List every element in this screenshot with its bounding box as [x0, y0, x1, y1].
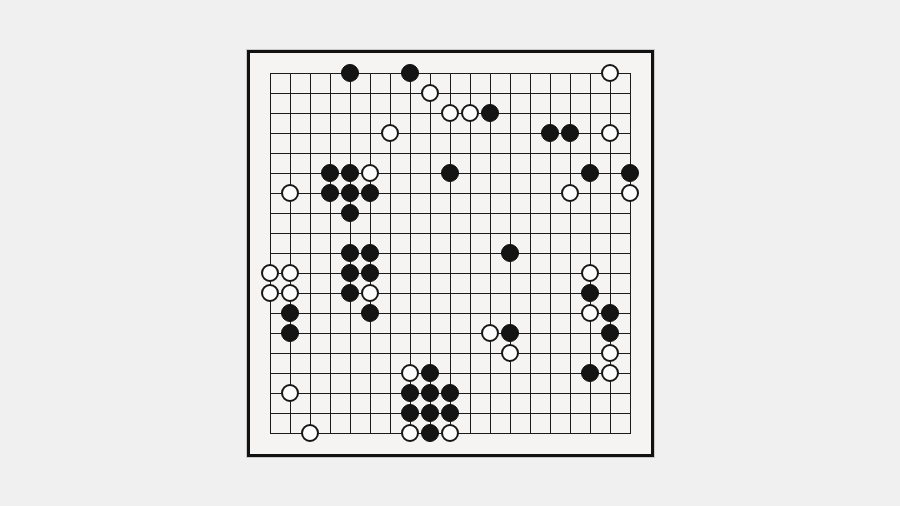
board-intersection	[580, 323, 600, 343]
board-intersection	[540, 303, 560, 323]
board-intersection	[380, 143, 400, 163]
board-intersection	[340, 323, 360, 343]
board-intersection	[540, 323, 560, 343]
black-stone	[361, 244, 379, 262]
board-intersection	[300, 143, 320, 163]
white-stone	[601, 64, 619, 82]
black-stone	[361, 264, 379, 282]
board-intersection	[620, 103, 640, 123]
board-intersection	[600, 243, 620, 263]
board-intersection	[320, 83, 340, 103]
board-intersection	[480, 363, 500, 383]
black-stone	[421, 364, 439, 382]
board-intersection	[420, 103, 440, 123]
board-intersection	[460, 223, 480, 243]
stones-layer	[260, 63, 640, 443]
board-intersection	[260, 163, 280, 183]
board-intersection	[540, 63, 560, 83]
board-intersection	[380, 123, 400, 143]
board-intersection	[620, 283, 640, 303]
board-intersection	[600, 63, 620, 83]
board-intersection	[460, 263, 480, 283]
white-stone	[381, 124, 399, 142]
board-intersection	[620, 163, 640, 183]
board-intersection	[420, 83, 440, 103]
board-intersection	[440, 163, 460, 183]
board-intersection	[600, 183, 620, 203]
white-stone	[561, 184, 579, 202]
board-intersection	[260, 243, 280, 263]
board-intersection	[480, 203, 500, 223]
board-intersection	[480, 243, 500, 263]
board-intersection	[440, 183, 460, 203]
board-intersection	[480, 303, 500, 323]
board-intersection	[460, 123, 480, 143]
white-stone	[601, 124, 619, 142]
board-intersection	[380, 223, 400, 243]
board-intersection	[300, 183, 320, 203]
board-intersection	[300, 63, 320, 83]
board-intersection	[400, 83, 420, 103]
black-stone	[541, 124, 559, 142]
board-intersection	[400, 143, 420, 163]
board-intersection	[440, 323, 460, 343]
white-stone	[281, 264, 299, 282]
board-intersection	[620, 403, 640, 423]
board-intersection	[540, 123, 560, 143]
board-intersection	[360, 143, 380, 163]
white-stone	[501, 344, 519, 362]
board-intersection	[280, 63, 300, 83]
board-intersection	[520, 243, 540, 263]
board-intersection	[400, 63, 420, 83]
board-intersection	[360, 383, 380, 403]
board-intersection	[580, 423, 600, 443]
board-intersection	[560, 63, 580, 83]
board-intersection	[420, 123, 440, 143]
black-stone	[341, 184, 359, 202]
board-intersection	[440, 83, 460, 103]
board-intersection	[460, 283, 480, 303]
white-stone	[401, 364, 419, 382]
board-intersection	[420, 183, 440, 203]
board-intersection	[320, 423, 340, 443]
board-intersection	[360, 403, 380, 423]
board-intersection	[260, 403, 280, 423]
board-intersection	[300, 163, 320, 183]
board-intersection	[400, 243, 420, 263]
board-intersection	[400, 343, 420, 363]
board-intersection	[420, 163, 440, 183]
board-intersection	[540, 243, 560, 263]
board-intersection	[300, 103, 320, 123]
board-intersection	[600, 323, 620, 343]
board-intersection	[280, 303, 300, 323]
board-intersection	[500, 423, 520, 443]
board-intersection	[460, 103, 480, 123]
board-intersection	[260, 423, 280, 443]
board-intersection	[380, 243, 400, 263]
page-background	[0, 0, 900, 506]
white-stone	[601, 364, 619, 382]
board-intersection	[420, 223, 440, 243]
board-intersection	[600, 363, 620, 383]
board-intersection	[580, 163, 600, 183]
board-intersection	[580, 203, 600, 223]
board-intersection	[620, 323, 640, 343]
board-intersection	[460, 83, 480, 103]
board-intersection	[440, 123, 460, 143]
board-intersection	[620, 243, 640, 263]
black-stone	[441, 164, 459, 182]
board-intersection	[280, 243, 300, 263]
board-intersection	[380, 203, 400, 223]
board-intersection	[340, 143, 360, 163]
board-intersection	[600, 403, 620, 423]
board-intersection	[440, 223, 460, 243]
board-intersection	[280, 203, 300, 223]
board-intersection	[400, 363, 420, 383]
board-intersection	[400, 203, 420, 223]
board-intersection	[540, 83, 560, 103]
board-intersection	[420, 203, 440, 223]
board-intersection	[520, 383, 540, 403]
board-intersection	[280, 263, 300, 283]
black-stone	[421, 404, 439, 422]
board-intersection	[280, 103, 300, 123]
white-stone	[361, 164, 379, 182]
black-stone	[281, 304, 299, 322]
board-intersection	[620, 303, 640, 323]
board-intersection	[560, 343, 580, 363]
board-intersection	[580, 243, 600, 263]
board-intersection	[540, 263, 560, 283]
board-intersection	[440, 63, 460, 83]
board-intersection	[460, 343, 480, 363]
board-intersection	[620, 123, 640, 143]
board-intersection	[300, 363, 320, 383]
board-intersection	[420, 403, 440, 423]
board-intersection	[360, 283, 380, 303]
board-intersection	[300, 243, 320, 263]
board-intersection	[420, 323, 440, 343]
board-intersection	[580, 223, 600, 243]
board-intersection	[320, 123, 340, 143]
board-intersection	[360, 203, 380, 223]
board-intersection	[280, 223, 300, 243]
board-intersection	[360, 343, 380, 363]
board-intersection	[520, 123, 540, 143]
board-intersection	[420, 243, 440, 263]
board-intersection	[620, 223, 640, 243]
board-intersection	[280, 363, 300, 383]
board-intersection	[380, 63, 400, 83]
board-intersection	[500, 283, 520, 303]
board-intersection	[400, 103, 420, 123]
board-intersection	[380, 403, 400, 423]
black-stone	[581, 164, 599, 182]
white-stone	[281, 284, 299, 302]
board-intersection	[480, 323, 500, 343]
board-intersection	[360, 323, 380, 343]
board-intersection	[480, 283, 500, 303]
board-intersection	[600, 303, 620, 323]
board-intersection	[540, 383, 560, 403]
board-intersection	[600, 343, 620, 363]
board-intersection	[500, 303, 520, 323]
board-intersection	[480, 343, 500, 363]
black-stone	[501, 324, 519, 342]
board-intersection	[420, 143, 440, 163]
board-intersection	[380, 183, 400, 203]
board-intersection	[600, 283, 620, 303]
board-intersection	[260, 363, 280, 383]
board-intersection	[540, 403, 560, 423]
board-intersection	[580, 143, 600, 163]
board-intersection	[360, 183, 380, 203]
board-intersection	[340, 383, 360, 403]
white-stone	[461, 104, 479, 122]
black-stone	[281, 324, 299, 342]
board-intersection	[560, 363, 580, 383]
board-intersection	[500, 243, 520, 263]
board-intersection	[280, 283, 300, 303]
board-intersection	[280, 163, 300, 183]
board-intersection	[620, 63, 640, 83]
board-intersection	[600, 163, 620, 183]
board-intersection	[500, 163, 520, 183]
board-intersection	[300, 303, 320, 323]
board-intersection	[280, 383, 300, 403]
board-intersection	[300, 383, 320, 403]
white-stone	[401, 424, 419, 442]
board-intersection	[300, 263, 320, 283]
black-stone	[401, 404, 419, 422]
board-intersection	[540, 363, 560, 383]
board-intersection	[540, 203, 560, 223]
board-intersection	[520, 163, 540, 183]
board-intersection	[420, 303, 440, 323]
board-intersection	[560, 263, 580, 283]
board-intersection	[480, 63, 500, 83]
board-intersection	[560, 243, 580, 263]
board-intersection	[280, 403, 300, 423]
white-stone	[621, 184, 639, 202]
white-stone	[581, 304, 599, 322]
board-intersection	[480, 103, 500, 123]
board-intersection	[380, 303, 400, 323]
board-intersection	[480, 383, 500, 403]
board-intersection	[440, 363, 460, 383]
board-intersection	[380, 83, 400, 103]
board-intersection	[560, 143, 580, 163]
board-intersection	[260, 203, 280, 223]
board-intersection	[480, 403, 500, 423]
board-intersection	[580, 83, 600, 103]
board-intersection	[560, 383, 580, 403]
board-intersection	[460, 143, 480, 163]
board-intersection	[260, 103, 280, 123]
board-intersection	[320, 223, 340, 243]
board-intersection	[620, 263, 640, 283]
board-intersection	[560, 283, 580, 303]
board-intersection	[320, 383, 340, 403]
board-intersection	[540, 283, 560, 303]
board-intersection	[560, 403, 580, 423]
board-intersection	[340, 303, 360, 323]
go-board	[247, 50, 654, 457]
board-intersection	[580, 403, 600, 423]
board-intersection	[380, 323, 400, 343]
board-intersection	[560, 423, 580, 443]
board-intersection	[620, 383, 640, 403]
board-intersection	[300, 403, 320, 423]
board-intersection	[520, 423, 540, 443]
board-intersection	[260, 303, 280, 323]
board-intersection	[520, 103, 540, 123]
board-intersection	[320, 243, 340, 263]
board-intersection	[520, 323, 540, 343]
board-intersection	[600, 203, 620, 223]
board-intersection	[500, 143, 520, 163]
black-stone	[561, 124, 579, 142]
black-stone	[501, 244, 519, 262]
board-intersection	[320, 163, 340, 183]
board-intersection	[320, 303, 340, 323]
board-intersection	[380, 363, 400, 383]
board-intersection	[360, 163, 380, 183]
board-intersection	[560, 163, 580, 183]
board-intersection	[580, 303, 600, 323]
board-intersection	[540, 223, 560, 243]
board-intersection	[300, 203, 320, 223]
board-intersection	[600, 263, 620, 283]
board-intersection	[460, 383, 480, 403]
board-intersection	[300, 223, 320, 243]
board-intersection	[520, 343, 540, 363]
board-intersection	[260, 223, 280, 243]
board-intersection	[260, 83, 280, 103]
board-intersection	[580, 103, 600, 123]
board-intersection	[480, 123, 500, 143]
board-intersection	[520, 183, 540, 203]
board-intersection	[320, 343, 340, 363]
board-intersection	[340, 423, 360, 443]
board-intersection	[540, 343, 560, 363]
board-intersection	[340, 83, 360, 103]
board-intersection	[340, 403, 360, 423]
board-intersection	[400, 423, 420, 443]
board-intersection	[480, 423, 500, 443]
black-stone	[481, 104, 499, 122]
board-intersection	[260, 323, 280, 343]
white-stone	[281, 384, 299, 402]
black-stone	[441, 404, 459, 422]
board-intersection	[400, 123, 420, 143]
board-intersection	[520, 303, 540, 323]
board-intersection	[320, 143, 340, 163]
board-intersection	[460, 303, 480, 323]
board-intersection	[320, 323, 340, 343]
board-intersection	[580, 263, 600, 283]
board-intersection	[340, 263, 360, 283]
board-intersection	[260, 123, 280, 143]
board-intersection	[460, 63, 480, 83]
black-stone	[421, 424, 439, 442]
board-intersection	[400, 163, 420, 183]
board-intersection	[500, 223, 520, 243]
black-stone	[581, 284, 599, 302]
black-stone	[341, 204, 359, 222]
board-intersection	[400, 183, 420, 203]
board-intersection	[520, 363, 540, 383]
board-intersection	[360, 123, 380, 143]
board-intersection	[420, 423, 440, 443]
board-intersection	[420, 63, 440, 83]
board-intersection	[460, 423, 480, 443]
white-stone	[441, 104, 459, 122]
board-intersection	[520, 203, 540, 223]
board-intersection	[400, 223, 420, 243]
board-intersection	[600, 423, 620, 443]
board-intersection	[340, 63, 360, 83]
board-intersection	[520, 83, 540, 103]
white-stone	[481, 324, 499, 342]
board-intersection	[580, 383, 600, 403]
black-stone	[361, 184, 379, 202]
board-intersection	[280, 323, 300, 343]
board-intersection	[540, 163, 560, 183]
board-intersection	[300, 283, 320, 303]
white-stone	[441, 424, 459, 442]
board-intersection	[340, 343, 360, 363]
board-intersection	[520, 223, 540, 243]
white-stone	[361, 284, 379, 302]
board-intersection	[340, 363, 360, 383]
black-stone	[401, 64, 419, 82]
board-intersection	[360, 303, 380, 323]
board-intersection	[260, 63, 280, 83]
board-intersection	[420, 383, 440, 403]
board-intersection	[420, 263, 440, 283]
board-intersection	[460, 243, 480, 263]
board-intersection	[380, 423, 400, 443]
board-intersection	[320, 183, 340, 203]
board-intersection	[480, 83, 500, 103]
board-intersection	[400, 323, 420, 343]
board-intersection	[460, 363, 480, 383]
board-intersection	[620, 203, 640, 223]
board-intersection	[260, 383, 280, 403]
board-intersection	[360, 83, 380, 103]
board-intersection	[500, 323, 520, 343]
board-intersection	[440, 203, 460, 223]
board-intersection	[260, 263, 280, 283]
board-intersection	[440, 423, 460, 443]
black-stone	[341, 64, 359, 82]
board-intersection	[340, 123, 360, 143]
board-intersection	[360, 363, 380, 383]
board-intersection	[400, 403, 420, 423]
board-intersection	[340, 103, 360, 123]
board-intersection	[420, 283, 440, 303]
black-stone	[421, 384, 439, 402]
board-intersection	[600, 83, 620, 103]
board-intersection	[480, 223, 500, 243]
board-intersection	[580, 283, 600, 303]
board-intersection	[500, 403, 520, 423]
board-intersection	[460, 183, 480, 203]
